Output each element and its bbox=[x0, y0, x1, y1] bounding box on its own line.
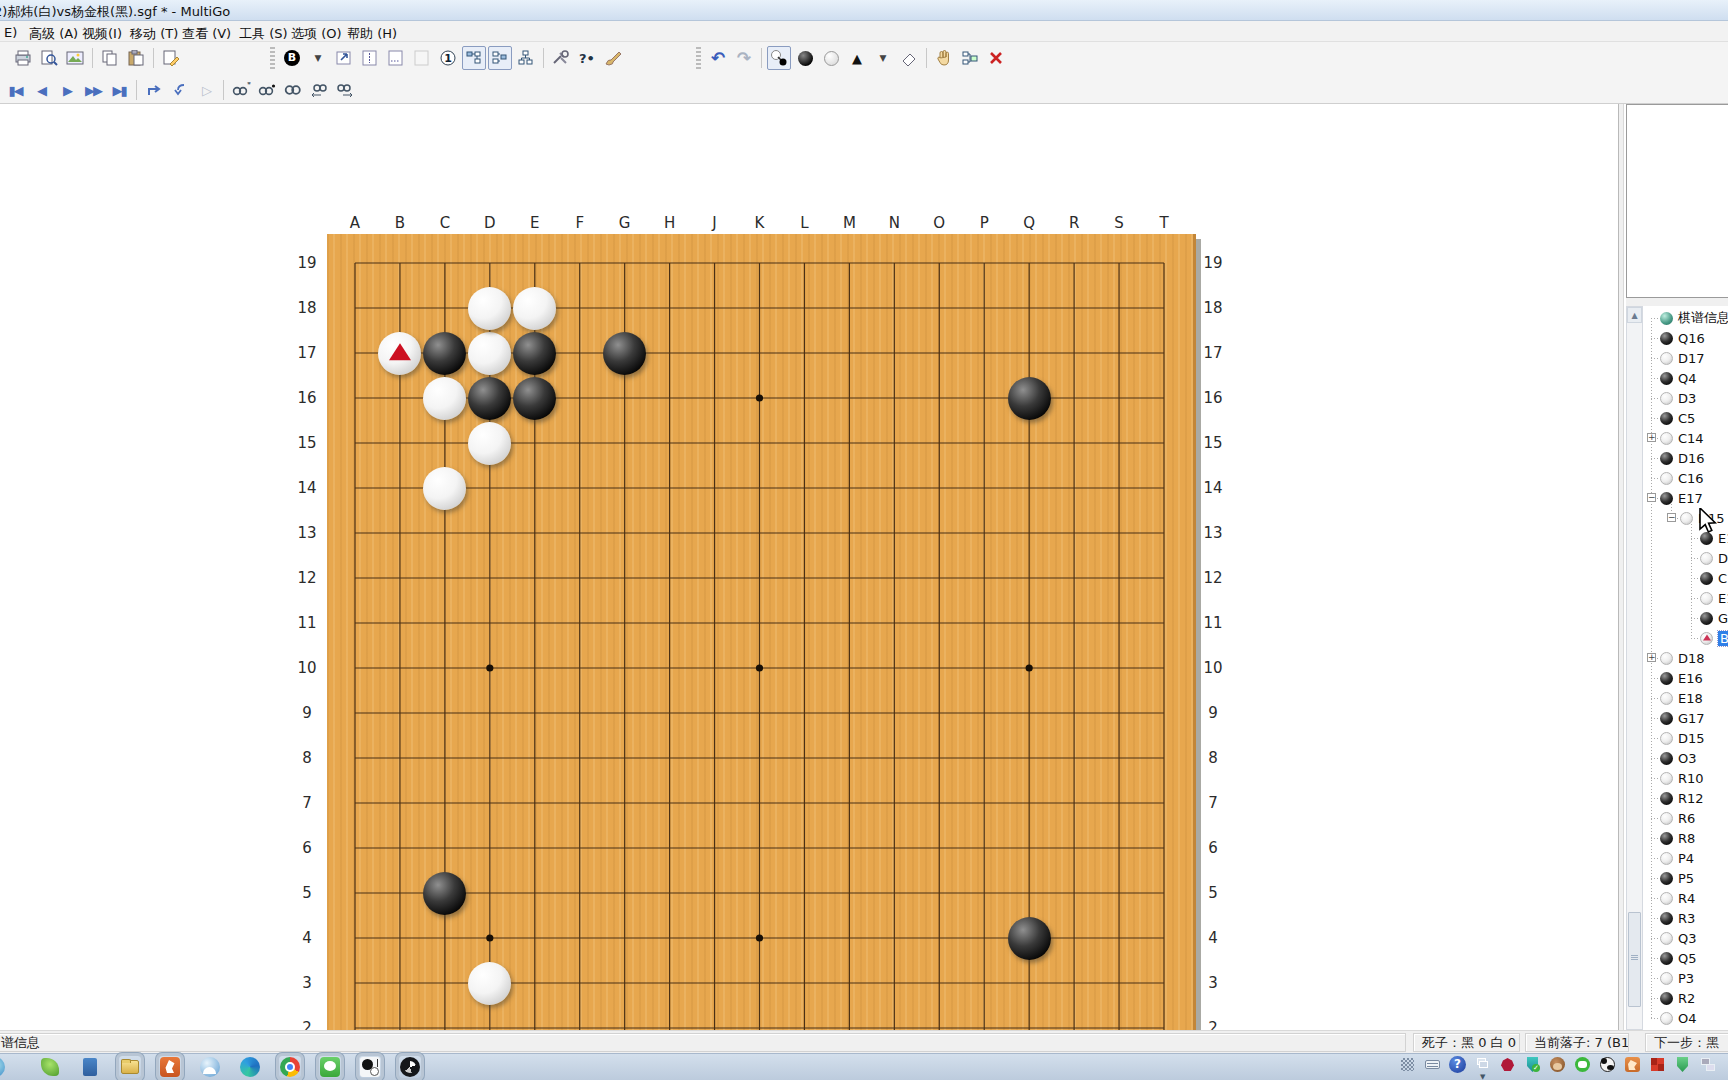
coord-label: 11 bbox=[1203, 614, 1222, 632]
coord-label: 19 bbox=[297, 254, 316, 272]
copy-icon[interactable] bbox=[98, 46, 122, 70]
tree-node-label: D18 bbox=[1718, 551, 1728, 566]
current-move-marker bbox=[1703, 634, 1711, 640]
go-first-icon[interactable]: ▮◀ bbox=[3, 78, 27, 102]
show-dotted-icon[interactable] bbox=[384, 46, 408, 70]
tree-node-p4[interactable]: P4 bbox=[1660, 849, 1728, 867]
redo-icon[interactable]: ↷ bbox=[732, 46, 756, 70]
taskbar-green-app-icon[interactable] bbox=[39, 1056, 61, 1078]
tree-node-c16[interactable]: C16 bbox=[1660, 469, 1728, 487]
white-stone-icon bbox=[1660, 732, 1673, 745]
stone-e16-black[interactable] bbox=[513, 377, 556, 420]
toolbar-separator bbox=[223, 80, 224, 100]
menu-I[interactable]: 视频(I) bbox=[78, 24, 126, 44]
tree-node-d15[interactable]: D15 bbox=[1660, 729, 1728, 747]
coord-label: 4 bbox=[1208, 929, 1218, 947]
tree-node-label: P5 bbox=[1678, 871, 1694, 886]
white-stone-icon bbox=[1660, 1012, 1673, 1025]
coord-label: 6 bbox=[302, 839, 312, 857]
eraser-icon[interactable] bbox=[897, 46, 921, 70]
tree-scrollbar[interactable]: ▲ bbox=[1626, 306, 1643, 1030]
tree-expander-plus[interactable]: + bbox=[1647, 433, 1656, 442]
white-stone-icon bbox=[1660, 652, 1673, 665]
coord-label: 10 bbox=[1203, 659, 1222, 677]
toolbar-separator bbox=[543, 48, 544, 68]
black-stone-icon bbox=[1660, 332, 1673, 345]
tree-node-label: D17 bbox=[1678, 351, 1705, 366]
toolbar-band: B▼1?• ↶↷▲▼ ▮◀◀▶▶▶▶▮▷* bbox=[0, 42, 1728, 104]
number-1-icon[interactable]: 1 bbox=[436, 46, 460, 70]
tree-node-d3[interactable]: D3 bbox=[1660, 389, 1728, 407]
tree-node-label: C14 bbox=[1678, 431, 1704, 446]
coord-label: 10 bbox=[297, 659, 316, 677]
tree-node-p5[interactable]: P5 bbox=[1660, 869, 1728, 887]
tree-node-label: Q16 bbox=[1678, 331, 1705, 346]
white-stone-icon bbox=[1680, 512, 1693, 525]
black-stone-icon bbox=[1700, 612, 1713, 625]
stone-c14-white[interactable] bbox=[423, 467, 466, 510]
white-stone-icon bbox=[1660, 852, 1673, 865]
tree-node-label: E17 bbox=[1678, 491, 1703, 506]
black-stone-icon bbox=[1660, 412, 1673, 425]
status-captures: 死子：黑 0 白 0 bbox=[1413, 1033, 1520, 1052]
tree-node-r12[interactable]: R12 bbox=[1660, 789, 1728, 807]
taskbar-orange-app-icon[interactable] bbox=[159, 1056, 181, 1078]
tree-add-icon[interactable] bbox=[958, 46, 982, 70]
coord-label: H bbox=[664, 214, 675, 232]
white-stone-icon bbox=[1660, 812, 1673, 825]
tree-node-r6[interactable]: R6 bbox=[1660, 809, 1728, 827]
stone-q16-black[interactable] bbox=[1008, 377, 1051, 420]
tree-node-b17[interactable]: B17 bbox=[1700, 629, 1728, 647]
delete-node-icon[interactable] bbox=[984, 46, 1008, 70]
toolbar-grip bbox=[696, 47, 701, 69]
tree-expander-minus[interactable]: − bbox=[1647, 493, 1656, 502]
white-stone-icon bbox=[1660, 352, 1673, 365]
tree-node-c14[interactable]: C14 bbox=[1660, 429, 1728, 447]
coord-label: 18 bbox=[1203, 299, 1222, 317]
tree-node-label: E16 bbox=[1678, 671, 1703, 686]
tree-node-o4[interactable]: O4 bbox=[1660, 1009, 1728, 1027]
taskbar-green-chat-icon[interactable] bbox=[319, 1056, 341, 1078]
coord-label: 9 bbox=[302, 704, 312, 722]
toolbar-separator bbox=[153, 48, 154, 68]
white-stone-icon bbox=[1700, 592, 1713, 605]
black-stone-icon bbox=[1660, 492, 1673, 505]
tree-node-label: Q4 bbox=[1678, 371, 1697, 386]
tree-node-r2[interactable]: R2 bbox=[1660, 989, 1728, 1007]
tree-node-label: E16 bbox=[1718, 531, 1728, 546]
tray-dots-grid-icon[interactable] bbox=[1399, 1056, 1416, 1073]
tray-network-icon[interactable] bbox=[1699, 1056, 1716, 1073]
black-stone-icon bbox=[1660, 752, 1673, 765]
tree-node-label: C5 bbox=[1678, 411, 1695, 426]
status-next-move: 下一步：黑 bbox=[1645, 1033, 1728, 1052]
toolbar-navigation: ▮◀◀▶▶▶▶▮▷* bbox=[0, 75, 1728, 105]
status-message: 谱信息 bbox=[0, 1033, 1406, 1052]
open-link-icon[interactable] bbox=[332, 46, 356, 70]
taskbar: ?▼✓ bbox=[0, 1053, 1728, 1080]
tray-wechat-icon[interactable] bbox=[1574, 1056, 1591, 1073]
tree-node-label: R8 bbox=[1678, 831, 1695, 846]
comment-box[interactable] bbox=[1626, 104, 1728, 298]
coord-label: 12 bbox=[1203, 569, 1222, 587]
black-stone-icon bbox=[1660, 992, 1673, 1005]
black-stone-icon bbox=[1660, 912, 1673, 925]
go-board[interactable] bbox=[327, 234, 1196, 1080]
go-next-icon[interactable]: ▶ bbox=[55, 78, 79, 102]
undo-icon[interactable]: ↶ bbox=[706, 46, 730, 70]
title-bar: 2)郝炜(白)vs杨金根(黑).sgf * - MultiGo bbox=[0, 0, 1728, 21]
coord-label: 8 bbox=[302, 749, 312, 767]
tray-shield-teal-icon[interactable]: ✓ bbox=[1524, 1056, 1541, 1073]
tray-fox-orange-icon[interactable] bbox=[1624, 1056, 1641, 1073]
tree-node-d18[interactable]: D18 bbox=[1700, 549, 1728, 567]
tree-node-r4[interactable]: R4 bbox=[1660, 889, 1728, 907]
tree-node-label: O4 bbox=[1678, 1011, 1697, 1026]
stone-q4-black[interactable] bbox=[1008, 917, 1051, 960]
tree-node-label: R2 bbox=[1678, 991, 1695, 1006]
taskbar-chrome-icon[interactable] bbox=[279, 1056, 301, 1078]
stone-d3-white[interactable] bbox=[468, 962, 511, 1005]
help-what-icon[interactable]: ?• bbox=[575, 46, 599, 70]
coord-label: 4 bbox=[302, 929, 312, 947]
black-stone-icon bbox=[1660, 832, 1673, 845]
coord-label: L bbox=[800, 214, 808, 232]
tree-node-c17[interactable]: C17 bbox=[1700, 569, 1728, 587]
find-new-icon[interactable]: * bbox=[229, 78, 253, 102]
svg-text:1: 1 bbox=[444, 52, 452, 65]
hand-icon[interactable] bbox=[932, 46, 956, 70]
coord-label: 6 bbox=[1208, 839, 1218, 857]
tree-expander-plus[interactable]: + bbox=[1647, 653, 1656, 662]
print-preview-icon[interactable] bbox=[37, 46, 61, 70]
white-stone-icon bbox=[1660, 472, 1673, 485]
black-stone-icon bbox=[1700, 532, 1713, 545]
white-stone-icon[interactable] bbox=[819, 46, 843, 70]
scroll-up-button[interactable]: ▲ bbox=[1627, 307, 1642, 323]
tree-node-label: R4 bbox=[1678, 891, 1695, 906]
dropdown-icon[interactable]: ▼ bbox=[306, 46, 330, 70]
toolbar-separator bbox=[136, 80, 137, 100]
tree-splitter[interactable] bbox=[1626, 298, 1728, 306]
stone-d15-white[interactable] bbox=[468, 422, 511, 465]
tray-help-blue-icon[interactable]: ? bbox=[1449, 1056, 1466, 1073]
status-bar: 谱信息 死子：黑 0 白 0 当前落子: 7 (B17) 下一步：黑 bbox=[0, 1030, 1728, 1053]
coord-label: 3 bbox=[302, 974, 312, 992]
coord-label: 17 bbox=[297, 344, 316, 362]
board-area: AABBCCDDEEFFGGHHJJKKLLMMNNOOPPQQRRSSTT19… bbox=[0, 104, 1618, 1030]
export-image-icon[interactable] bbox=[63, 46, 87, 70]
tree-node-label: D3 bbox=[1678, 391, 1696, 406]
tree-expander-minus[interactable]: − bbox=[1667, 513, 1676, 522]
coord-label: Q bbox=[1023, 214, 1035, 232]
go-prev-icon[interactable]: ◀ bbox=[29, 78, 53, 102]
coord-label: A bbox=[350, 214, 360, 232]
properties-icon[interactable] bbox=[159, 46, 183, 70]
stone-c16-white[interactable] bbox=[423, 377, 466, 420]
black-stone-icon bbox=[1660, 372, 1673, 385]
find-dot-icon[interactable] bbox=[255, 78, 279, 102]
coord-label: 5 bbox=[1208, 884, 1218, 902]
tree-node-label: C16 bbox=[1678, 471, 1704, 486]
tree-node-label: O3 bbox=[1678, 751, 1697, 766]
tree-node-label: P3 bbox=[1678, 971, 1694, 986]
tree-node-label: R10 bbox=[1678, 771, 1704, 786]
white-stone-icon bbox=[1700, 632, 1713, 645]
coord-label: 16 bbox=[1203, 389, 1222, 407]
tree-node-label: D16 bbox=[1678, 451, 1705, 466]
brush-icon[interactable] bbox=[601, 46, 625, 70]
tree-node-g17[interactable]: G17 bbox=[1660, 709, 1728, 727]
paste-icon[interactable] bbox=[124, 46, 148, 70]
white-stone-icon bbox=[1660, 932, 1673, 945]
tree-node-label: G17 bbox=[1718, 611, 1728, 626]
status-current-move: 当前落子: 7 (B17) bbox=[1525, 1033, 1629, 1052]
stone-e17-black[interactable] bbox=[513, 332, 556, 375]
white-stone-icon bbox=[1660, 972, 1673, 985]
jump-prev-icon[interactable] bbox=[168, 78, 192, 102]
tray-defender-red-icon[interactable] bbox=[1649, 1056, 1666, 1073]
panel-splitter[interactable] bbox=[1618, 104, 1624, 1030]
tools-icon[interactable] bbox=[549, 46, 573, 70]
coord-label: O bbox=[933, 214, 945, 232]
toolbar-separator bbox=[92, 48, 93, 68]
tray-panda-app-icon[interactable] bbox=[1599, 1056, 1616, 1073]
white-stone-icon bbox=[1660, 432, 1673, 445]
tree-node-r3[interactable]: R3 bbox=[1660, 909, 1728, 927]
stone-b17-white[interactable] bbox=[378, 332, 421, 375]
tree-node-label: E18 bbox=[1718, 591, 1728, 606]
tree-node-label: B17 bbox=[1718, 631, 1728, 646]
coord-label: 3 bbox=[1208, 974, 1218, 992]
taskbar-edge-browser-icon[interactable] bbox=[239, 1056, 261, 1078]
coord-label: P bbox=[980, 214, 989, 232]
coord-label: 14 bbox=[1203, 479, 1222, 497]
find-back-icon[interactable] bbox=[307, 78, 331, 102]
tray-shield-green-icon[interactable] bbox=[1674, 1056, 1691, 1073]
stone-c5-black[interactable] bbox=[423, 872, 466, 915]
coord-label: N bbox=[889, 214, 900, 232]
tree-node-label: D15 bbox=[1678, 731, 1705, 746]
coord-label: E bbox=[530, 214, 539, 232]
tree-node-q4[interactable]: Q4 bbox=[1660, 369, 1728, 387]
tree-node-game-info[interactable]: 棋谱信息 bbox=[1660, 309, 1728, 327]
tree-node-label: R12 bbox=[1678, 791, 1704, 806]
tree-node-r10[interactable]: R10 bbox=[1660, 769, 1728, 787]
black-stone-icon bbox=[1660, 952, 1673, 965]
white-stone-icon bbox=[1660, 772, 1673, 785]
stone-e18-white[interactable] bbox=[513, 287, 556, 330]
menu-H[interactable]: 帮助 (H) bbox=[343, 24, 401, 44]
taskbar-obs-app-icon[interactable] bbox=[399, 1056, 421, 1078]
white-stone-icon bbox=[1660, 392, 1673, 405]
coord-label: C bbox=[440, 214, 450, 232]
tree-node-e17[interactable]: E17 bbox=[1660, 489, 1728, 507]
jump-next-disabled-icon[interactable]: ▷ bbox=[194, 78, 218, 102]
coord-label: R bbox=[1069, 214, 1079, 232]
toolbar-separator bbox=[761, 48, 762, 68]
menu-V[interactable]: 查看 (V) bbox=[178, 24, 235, 44]
tree-node-e16[interactable]: E16 bbox=[1660, 669, 1728, 687]
black-stone-icon bbox=[1660, 872, 1673, 885]
tree-node-label: 棋谱信息 bbox=[1678, 309, 1728, 327]
coord-label: 13 bbox=[297, 524, 316, 542]
tree-node-label: P4 bbox=[1678, 851, 1694, 866]
tray-window-restore-icon[interactable]: ▼ bbox=[1474, 1056, 1491, 1073]
tree-node-label: D15 bbox=[1698, 511, 1725, 526]
tree-node-e18[interactable]: E18 bbox=[1700, 589, 1728, 607]
taskbar-file-explorer-icon[interactable] bbox=[119, 1056, 141, 1078]
coord-label: J bbox=[712, 214, 716, 232]
game-info-icon bbox=[1660, 312, 1673, 325]
coord-label: S bbox=[1114, 214, 1124, 232]
tree-node-d17[interactable]: D17 bbox=[1660, 349, 1728, 367]
coord-label: 11 bbox=[297, 614, 316, 632]
tree-node-label: E18 bbox=[1678, 691, 1703, 706]
coord-label: 16 bbox=[297, 389, 316, 407]
window-title: 2)郝炜(白)vs杨金根(黑).sgf * - MultiGo bbox=[0, 3, 230, 21]
tree-node-c5[interactable]: C5 bbox=[1660, 409, 1728, 427]
coord-label: 12 bbox=[297, 569, 316, 587]
coord-label: 14 bbox=[297, 479, 316, 497]
coord-label: K bbox=[755, 214, 765, 232]
go-last-icon[interactable]: ▶▮ bbox=[107, 78, 131, 102]
menu-T[interactable]: 移动 (T) bbox=[126, 24, 182, 44]
mark-dropdown-icon[interactable]: ▼ bbox=[871, 46, 895, 70]
stone-d18-white[interactable] bbox=[468, 287, 511, 330]
stone-c17-black[interactable] bbox=[423, 332, 466, 375]
black-stone-icon bbox=[1660, 672, 1673, 685]
tree-node-r8[interactable]: R8 bbox=[1660, 829, 1728, 847]
toolbar-separator bbox=[926, 48, 927, 68]
tree-node-label: G17 bbox=[1678, 711, 1705, 726]
tree-node-label: Q3 bbox=[1678, 931, 1697, 946]
place-mode-icon[interactable] bbox=[767, 46, 791, 70]
tree-view-3-icon[interactable] bbox=[514, 46, 538, 70]
coord-label: 7 bbox=[302, 794, 312, 812]
multigo-window: { "window": { "title": "2)郝炜(白)vs杨金根(黑).… bbox=[0, 0, 1728, 1080]
go-up-icon[interactable] bbox=[142, 78, 166, 102]
toolbar-grip bbox=[270, 47, 275, 69]
tree-node-label: D18 bbox=[1678, 651, 1705, 666]
scroll-thumb[interactable] bbox=[1628, 912, 1641, 1007]
tree-node-label: C17 bbox=[1718, 571, 1728, 586]
tree-node-g17[interactable]: G17 bbox=[1700, 609, 1728, 627]
black-stone-icon[interactable] bbox=[793, 46, 817, 70]
tree-view-1-icon[interactable] bbox=[462, 46, 486, 70]
tree-node-d15[interactable]: D15 bbox=[1680, 509, 1728, 527]
go-fast-forward-icon[interactable]: ▶▶ bbox=[81, 78, 105, 102]
tray-monkey-app-icon[interactable] bbox=[1549, 1056, 1566, 1073]
tree-node-e16[interactable]: E16 bbox=[1700, 529, 1728, 547]
stone-g17-black[interactable] bbox=[603, 332, 646, 375]
tree-node-d16[interactable]: D16 bbox=[1660, 449, 1728, 467]
coord-label: T bbox=[1159, 214, 1168, 232]
white-stone-icon bbox=[1660, 692, 1673, 705]
taskbar-go-app-icon[interactable] bbox=[359, 1056, 381, 1078]
coord-label: 19 bbox=[1203, 254, 1222, 272]
stone-d17-white[interactable] bbox=[468, 332, 511, 375]
coord-label: 18 bbox=[297, 299, 316, 317]
coord-label: D bbox=[484, 214, 496, 232]
tree-node-p3[interactable]: P3 bbox=[1660, 969, 1728, 987]
menu-S[interactable]: 工具 (S) bbox=[235, 24, 292, 44]
tree-view-2-icon[interactable] bbox=[488, 46, 512, 70]
menu-O[interactable]: 选项 (O) bbox=[287, 24, 346, 44]
taskbar-weather-app-icon[interactable] bbox=[199, 1056, 221, 1078]
coord-label: 7 bbox=[1208, 794, 1218, 812]
toolbar-main: B▼1?• ↶↷▲▼ bbox=[0, 43, 1728, 73]
coord-label: G bbox=[619, 214, 631, 232]
triangle-marker bbox=[389, 343, 411, 360]
show-variation-icon[interactable] bbox=[358, 46, 382, 70]
taskbar-blue-doc-icon[interactable] bbox=[79, 1056, 101, 1078]
black-stone-icon bbox=[1660, 452, 1673, 465]
coord-label: 15 bbox=[297, 434, 316, 452]
tray-red-app-icon[interactable] bbox=[1499, 1056, 1516, 1073]
tree-node-label: R3 bbox=[1678, 911, 1695, 926]
taskbar-edge-peek-icon[interactable] bbox=[0, 1056, 21, 1078]
move-number-stone-icon[interactable]: B bbox=[280, 46, 304, 70]
coord-label: 15 bbox=[1203, 434, 1222, 452]
find-icon[interactable] bbox=[281, 78, 305, 102]
blank-box-icon[interactable] bbox=[410, 46, 434, 70]
white-stone-icon bbox=[1700, 552, 1713, 565]
menu-bar: E)高级 (A)视频(I)移动 (T)查看 (V)工具 (S)选项 (O)帮助 … bbox=[0, 21, 1728, 42]
svg-text:*: * bbox=[247, 82, 251, 90]
coord-label: 17 bbox=[1203, 344, 1222, 362]
tree-node-o3[interactable]: O3 bbox=[1660, 749, 1728, 767]
print-icon[interactable] bbox=[11, 46, 35, 70]
tree-node-q5[interactable]: Q5 bbox=[1660, 949, 1728, 967]
coord-label: 13 bbox=[1203, 524, 1222, 542]
tree-node-q16[interactable]: Q16 bbox=[1660, 329, 1728, 347]
menu-A[interactable]: 高级 (A) bbox=[25, 24, 82, 44]
tree-node-label: Q5 bbox=[1678, 951, 1697, 966]
coord-label: 8 bbox=[1208, 749, 1218, 767]
triangle-mark-icon[interactable]: ▲ bbox=[845, 46, 869, 70]
coord-label: 5 bbox=[302, 884, 312, 902]
stone-d16-black[interactable] bbox=[468, 377, 511, 420]
coord-label: M bbox=[843, 214, 856, 232]
tray-keyboard-icon[interactable] bbox=[1424, 1056, 1441, 1073]
black-stone-icon bbox=[1660, 792, 1673, 805]
black-stone-icon bbox=[1660, 712, 1673, 725]
coord-label: 9 bbox=[1208, 704, 1218, 722]
black-stone-icon bbox=[1700, 572, 1713, 585]
tree-node-label: R6 bbox=[1678, 811, 1695, 826]
tree-node-d18[interactable]: D18 bbox=[1660, 649, 1728, 667]
coord-label: B bbox=[395, 214, 405, 232]
tree-node-q3[interactable]: Q3 bbox=[1660, 929, 1728, 947]
coord-label: F bbox=[575, 214, 584, 232]
white-stone-icon bbox=[1660, 892, 1673, 905]
find-forward-icon[interactable] bbox=[333, 78, 357, 102]
tree-node-e18[interactable]: E18 bbox=[1660, 689, 1728, 707]
menu-clipped[interactable]: E) bbox=[0, 24, 21, 41]
